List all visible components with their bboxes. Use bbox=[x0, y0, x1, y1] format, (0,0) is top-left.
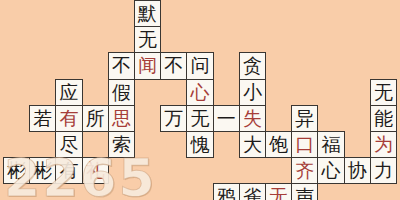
cell-character: 假 bbox=[112, 83, 131, 102]
cell-character: 无 bbox=[269, 187, 288, 200]
cell-character: 饱 bbox=[269, 135, 288, 154]
cell-character: 力 bbox=[374, 161, 393, 180]
board-cell[interactable]: 能 bbox=[370, 105, 397, 132]
cell-character: 不 bbox=[164, 56, 183, 75]
board-cell[interactable]: 鸦 bbox=[213, 183, 240, 200]
cell-character: 心 bbox=[321, 161, 340, 180]
board-cell[interactable]: 力 bbox=[370, 157, 397, 184]
board-cell[interactable]: 无 bbox=[370, 79, 397, 106]
board-cell[interactable]: 贪 bbox=[239, 52, 266, 79]
board-cell[interactable]: 心 bbox=[186, 79, 213, 106]
cell-character: 失 bbox=[243, 109, 262, 128]
board-cell[interactable]: 不 bbox=[108, 52, 135, 79]
board-cell[interactable]: 雀 bbox=[239, 183, 266, 200]
cell-character: 鸦 bbox=[217, 187, 236, 200]
board-cell[interactable]: 异 bbox=[291, 105, 318, 132]
board-cell[interactable]: 不 bbox=[160, 52, 187, 79]
cell-character: 问 bbox=[190, 56, 209, 75]
board-cell[interactable]: 小 bbox=[239, 79, 266, 106]
board-cell[interactable]: 大 bbox=[239, 131, 266, 158]
cell-character: 贪 bbox=[243, 56, 262, 75]
cell-character: 雀 bbox=[243, 187, 262, 200]
cell-character: 愧 bbox=[190, 135, 209, 154]
board-cell[interactable]: 有 bbox=[55, 105, 82, 132]
board-cell[interactable]: 为 bbox=[370, 131, 397, 158]
cell-character: 齐 bbox=[295, 161, 314, 180]
board-cell[interactable]: 齐 bbox=[291, 157, 318, 184]
board-cell[interactable]: 万 bbox=[160, 105, 187, 132]
cell-character: 无 bbox=[190, 109, 209, 128]
cell-character: 声 bbox=[295, 187, 314, 200]
cell-character: 小 bbox=[243, 83, 262, 102]
cell-character: 协 bbox=[348, 161, 367, 180]
board-cell[interactable]: 福 bbox=[317, 131, 344, 158]
cell-character: 默 bbox=[138, 4, 157, 23]
cell-character: 为 bbox=[374, 135, 393, 154]
board-cell[interactable]: 假 bbox=[108, 79, 135, 106]
board-cell[interactable]: 所 bbox=[82, 105, 109, 132]
board-cell[interactable]: 口 bbox=[291, 131, 318, 158]
cell-character: 福 bbox=[321, 135, 340, 154]
board-cell[interactable]: 愧 bbox=[186, 131, 213, 158]
cell-character: 能 bbox=[374, 109, 393, 128]
board-cell[interactable]: 若 bbox=[29, 105, 56, 132]
board-cell[interactable]: 思 bbox=[108, 105, 135, 132]
board-cell[interactable]: 心 bbox=[317, 157, 344, 184]
board-cell[interactable]: 无 bbox=[186, 105, 213, 132]
cell-character: 心 bbox=[190, 83, 209, 102]
board-cell[interactable]: 闻 bbox=[134, 52, 161, 79]
cell-character: 应 bbox=[59, 83, 78, 102]
cell-character: 若 bbox=[33, 109, 52, 128]
board-cell[interactable]: 应 bbox=[55, 79, 82, 106]
cell-character: 口 bbox=[295, 135, 314, 154]
board-cell[interactable]: 无 bbox=[265, 183, 292, 200]
watermark: 2265 bbox=[4, 152, 157, 200]
cell-character: 异 bbox=[295, 109, 314, 128]
board-cell[interactable]: 协 bbox=[344, 157, 371, 184]
cell-character: 无 bbox=[138, 30, 157, 49]
board-cell[interactable]: 失 bbox=[239, 105, 266, 132]
cell-character: 闻 bbox=[138, 56, 157, 75]
cell-character: 不 bbox=[112, 56, 131, 75]
puzzle-screenshot: 默无不闻不问贪应假心小无若有所思万无一失异能尽索愧大饱口福为彬彬有礼齐心协力鸦雀… bbox=[0, 0, 400, 200]
board-cell[interactable]: 默 bbox=[134, 0, 161, 27]
board-cell[interactable]: 无 bbox=[134, 26, 161, 53]
cell-character: 有 bbox=[59, 109, 78, 128]
cell-character: 一 bbox=[217, 109, 236, 128]
board-cell[interactable]: 问 bbox=[186, 52, 213, 79]
cell-character: 所 bbox=[86, 109, 105, 128]
board-cell[interactable]: 一 bbox=[213, 105, 240, 132]
cell-character: 无 bbox=[374, 83, 393, 102]
board-cell[interactable]: 饱 bbox=[265, 131, 292, 158]
cell-character: 思 bbox=[112, 109, 131, 128]
cell-character: 大 bbox=[243, 135, 262, 154]
board-cell[interactable]: 声 bbox=[291, 183, 318, 200]
cell-character: 万 bbox=[164, 109, 183, 128]
